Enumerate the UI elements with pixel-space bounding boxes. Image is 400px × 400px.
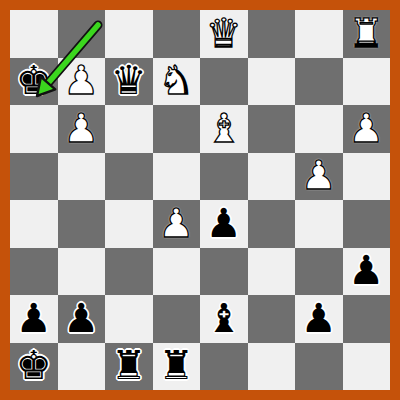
square-f8[interactable] bbox=[248, 10, 296, 58]
square-d2[interactable] bbox=[153, 295, 201, 343]
square-h1[interactable] bbox=[343, 343, 391, 391]
square-f7[interactable] bbox=[248, 58, 296, 106]
square-e3[interactable] bbox=[200, 248, 248, 296]
piece-wp-d4[interactable]: ♟ bbox=[158, 203, 194, 243]
square-e8[interactable]: ♛ bbox=[200, 10, 248, 58]
square-c4[interactable] bbox=[105, 200, 153, 248]
square-b6[interactable]: ♟ bbox=[58, 105, 106, 153]
square-e7[interactable] bbox=[200, 58, 248, 106]
piece-bp-a2[interactable]: ♟ bbox=[16, 298, 52, 338]
square-b4[interactable] bbox=[58, 200, 106, 248]
square-g5[interactable]: ♟ bbox=[295, 153, 343, 201]
square-g3[interactable] bbox=[295, 248, 343, 296]
square-d7[interactable]: ♞ bbox=[153, 58, 201, 106]
square-d1[interactable]: ♜ bbox=[153, 343, 201, 391]
piece-wp-h6[interactable]: ♟ bbox=[348, 108, 384, 148]
square-c6[interactable] bbox=[105, 105, 153, 153]
board-frame: ♛♜♚♟♛♞♟♝♟♟♟♟♟♟♟♝♟♚♜♜ bbox=[0, 0, 400, 400]
piece-br-c1[interactable]: ♜ bbox=[111, 345, 147, 385]
square-e4[interactable]: ♟ bbox=[200, 200, 248, 248]
square-a4[interactable] bbox=[10, 200, 58, 248]
piece-wn-d7[interactable]: ♞ bbox=[158, 60, 194, 100]
square-g7[interactable] bbox=[295, 58, 343, 106]
square-d8[interactable] bbox=[153, 10, 201, 58]
square-e6[interactable]: ♝ bbox=[200, 105, 248, 153]
square-f1[interactable] bbox=[248, 343, 296, 391]
square-h7[interactable] bbox=[343, 58, 391, 106]
square-a7[interactable]: ♚ bbox=[10, 58, 58, 106]
square-f6[interactable] bbox=[248, 105, 296, 153]
square-e2[interactable]: ♝ bbox=[200, 295, 248, 343]
square-g4[interactable] bbox=[295, 200, 343, 248]
square-c3[interactable] bbox=[105, 248, 153, 296]
square-h3[interactable]: ♟ bbox=[343, 248, 391, 296]
piece-wp-b7[interactable]: ♟ bbox=[63, 60, 99, 100]
square-a3[interactable] bbox=[10, 248, 58, 296]
square-a6[interactable] bbox=[10, 105, 58, 153]
piece-bp-h3[interactable]: ♟ bbox=[348, 250, 384, 290]
piece-bb-e2[interactable]: ♝ bbox=[206, 298, 242, 338]
square-b7[interactable]: ♟ bbox=[58, 58, 106, 106]
piece-wp-b6[interactable]: ♟ bbox=[63, 108, 99, 148]
square-c8[interactable] bbox=[105, 10, 153, 58]
square-b3[interactable] bbox=[58, 248, 106, 296]
square-b5[interactable] bbox=[58, 153, 106, 201]
square-f4[interactable] bbox=[248, 200, 296, 248]
piece-wb-e6[interactable]: ♝ bbox=[206, 108, 242, 148]
square-g6[interactable] bbox=[295, 105, 343, 153]
square-g1[interactable] bbox=[295, 343, 343, 391]
square-b1[interactable] bbox=[58, 343, 106, 391]
square-a1[interactable]: ♚ bbox=[10, 343, 58, 391]
square-e5[interactable] bbox=[200, 153, 248, 201]
square-f2[interactable] bbox=[248, 295, 296, 343]
square-h5[interactable] bbox=[343, 153, 391, 201]
square-c7[interactable]: ♛ bbox=[105, 58, 153, 106]
square-a5[interactable] bbox=[10, 153, 58, 201]
square-h2[interactable] bbox=[343, 295, 391, 343]
square-h8[interactable]: ♜ bbox=[343, 10, 391, 58]
square-b8[interactable] bbox=[58, 10, 106, 58]
square-a8[interactable] bbox=[10, 10, 58, 58]
piece-wp-g5[interactable]: ♟ bbox=[301, 155, 337, 195]
square-f3[interactable] bbox=[248, 248, 296, 296]
square-c5[interactable] bbox=[105, 153, 153, 201]
square-f5[interactable] bbox=[248, 153, 296, 201]
square-g2[interactable]: ♟ bbox=[295, 295, 343, 343]
piece-br-d1[interactable]: ♜ bbox=[158, 345, 194, 385]
square-b2[interactable]: ♟ bbox=[58, 295, 106, 343]
square-e1[interactable] bbox=[200, 343, 248, 391]
piece-wr-h8[interactable]: ♜ bbox=[348, 13, 384, 53]
square-d3[interactable] bbox=[153, 248, 201, 296]
square-h4[interactable] bbox=[343, 200, 391, 248]
piece-bk-a1[interactable]: ♚ bbox=[16, 345, 52, 385]
piece-bp-b2[interactable]: ♟ bbox=[63, 298, 99, 338]
piece-wq-e8[interactable]: ♛ bbox=[206, 13, 242, 53]
square-d6[interactable] bbox=[153, 105, 201, 153]
square-c1[interactable]: ♜ bbox=[105, 343, 153, 391]
piece-bp-e4[interactable]: ♟ bbox=[206, 203, 242, 243]
square-h6[interactable]: ♟ bbox=[343, 105, 391, 153]
square-d5[interactable] bbox=[153, 153, 201, 201]
piece-bq-c7[interactable]: ♛ bbox=[111, 60, 147, 100]
square-g8[interactable] bbox=[295, 10, 343, 58]
square-d4[interactable]: ♟ bbox=[153, 200, 201, 248]
square-a2[interactable]: ♟ bbox=[10, 295, 58, 343]
square-c2[interactable] bbox=[105, 295, 153, 343]
chess-board: ♛♜♚♟♛♞♟♝♟♟♟♟♟♟♟♝♟♚♜♜ bbox=[10, 10, 390, 390]
piece-bk-a7[interactable]: ♚ bbox=[16, 60, 52, 100]
piece-bp-g2[interactable]: ♟ bbox=[301, 298, 337, 338]
